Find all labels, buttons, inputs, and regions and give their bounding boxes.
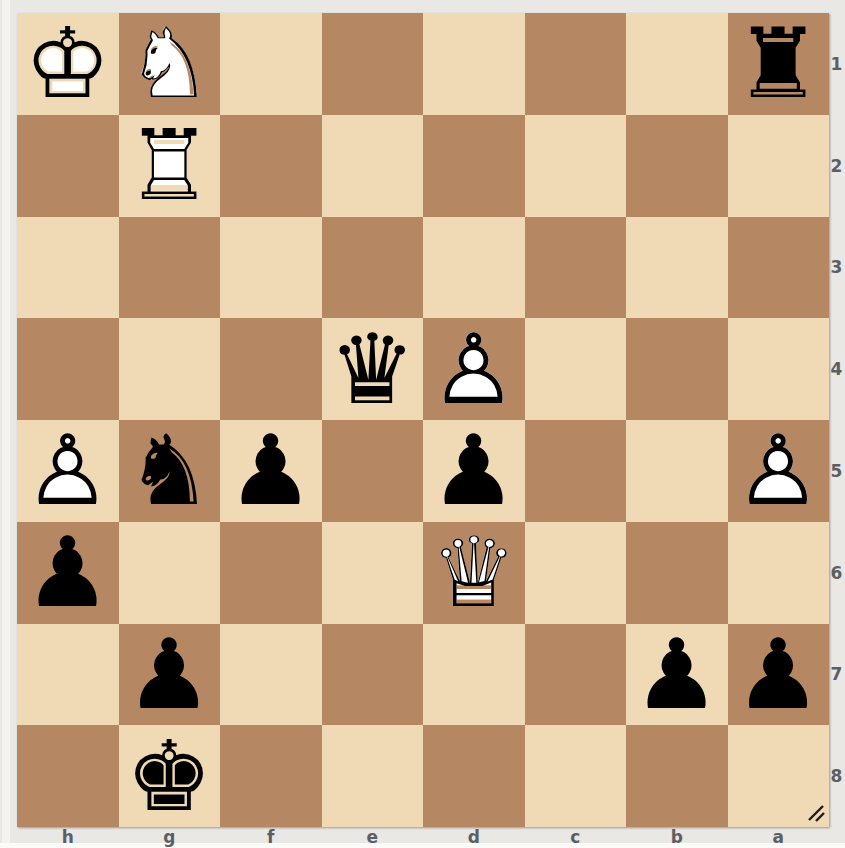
square-a6[interactable] [728, 522, 830, 624]
square-h1[interactable]: ♚♔ [17, 13, 119, 115]
rank-label-3: 3 [828, 217, 845, 319]
square-d6[interactable]: ♛♕ [423, 522, 525, 624]
square-a1[interactable]: ♜ [728, 13, 830, 115]
chess-board: ♚♔♞♘♜♜♖♛♟♙♟♙♞♟♟♟♙♟♛♕♟♟♟♚ [17, 13, 829, 827]
rank-label-7: 7 [828, 624, 845, 726]
square-b8[interactable] [626, 725, 728, 827]
piece-black-rook: ♜ [728, 13, 830, 115]
square-e4[interactable]: ♛ [322, 318, 424, 420]
square-b2[interactable] [626, 115, 728, 217]
square-a7[interactable]: ♟ [728, 624, 830, 726]
square-g7[interactable]: ♟ [119, 624, 221, 726]
square-d4[interactable]: ♟♙ [423, 318, 525, 420]
square-d5[interactable]: ♟ [423, 420, 525, 522]
square-h2[interactable] [17, 115, 119, 217]
piece-glyph-outline: ♙ [17, 420, 119, 522]
square-f2[interactable] [220, 115, 322, 217]
piece-black-pawn: ♟ [220, 420, 322, 522]
piece-black-pawn: ♟ [17, 522, 119, 624]
square-f6[interactable] [220, 522, 322, 624]
square-e1[interactable] [322, 13, 424, 115]
square-g1[interactable]: ♞♘ [119, 13, 221, 115]
square-b5[interactable] [626, 420, 728, 522]
piece-glyph-outline: ♖ [119, 115, 221, 217]
square-b1[interactable] [626, 13, 728, 115]
square-g5[interactable]: ♞ [119, 420, 221, 522]
piece-white-pawn: ♟♙ [728, 420, 830, 522]
square-g2[interactable]: ♜♖ [119, 115, 221, 217]
square-g4[interactable] [119, 318, 221, 420]
square-h6[interactable]: ♟ [17, 522, 119, 624]
piece-black-queen: ♛ [322, 318, 424, 420]
piece-white-pawn: ♟♙ [423, 318, 525, 420]
square-f8[interactable] [220, 725, 322, 827]
square-a5[interactable]: ♟♙ [728, 420, 830, 522]
square-h3[interactable] [17, 217, 119, 319]
square-f3[interactable] [220, 217, 322, 319]
square-g3[interactable] [119, 217, 221, 319]
square-f7[interactable] [220, 624, 322, 726]
square-d1[interactable] [423, 13, 525, 115]
square-h7[interactable] [17, 624, 119, 726]
piece-glyph-outline: ♘ [119, 13, 221, 115]
square-f4[interactable] [220, 318, 322, 420]
rank-label-2: 2 [828, 115, 845, 217]
file-labels: hgfedcba [17, 827, 829, 847]
square-e6[interactable] [322, 522, 424, 624]
file-label-a: a [728, 827, 830, 847]
resize-handle-icon[interactable] [807, 804, 826, 823]
square-c1[interactable] [525, 13, 627, 115]
file-label-f: f [220, 827, 322, 847]
square-c3[interactable] [525, 217, 627, 319]
rank-label-4: 4 [828, 318, 845, 420]
square-f5[interactable]: ♟ [220, 420, 322, 522]
file-label-c: c [525, 827, 627, 847]
file-label-e: e [322, 827, 424, 847]
square-b6[interactable] [626, 522, 728, 624]
piece-white-queen: ♛♕ [423, 522, 525, 624]
piece-glyph-outline: ♙ [423, 318, 525, 420]
rank-label-5: 5 [828, 420, 845, 522]
piece-black-pawn: ♟ [119, 624, 221, 726]
piece-black-pawn: ♟ [626, 624, 728, 726]
square-b4[interactable] [626, 318, 728, 420]
square-e8[interactable] [322, 725, 424, 827]
piece-glyph-outline: ♙ [728, 420, 830, 522]
piece-glyph-outline: ♔ [17, 13, 119, 115]
square-c8[interactable] [525, 725, 627, 827]
piece-white-king: ♚♔ [17, 13, 119, 115]
piece-black-pawn: ♟ [423, 420, 525, 522]
rank-label-8: 8 [828, 725, 845, 827]
rank-label-6: 6 [828, 522, 845, 624]
square-b7[interactable]: ♟ [626, 624, 728, 726]
piece-white-knight: ♞♘ [119, 13, 221, 115]
square-a4[interactable] [728, 318, 830, 420]
file-label-h: h [17, 827, 119, 847]
square-a3[interactable] [728, 217, 830, 319]
square-h4[interactable] [17, 318, 119, 420]
square-f1[interactable] [220, 13, 322, 115]
piece-black-knight: ♞ [119, 420, 221, 522]
square-a2[interactable] [728, 115, 830, 217]
rank-label-1: 1 [828, 13, 845, 115]
square-d8[interactable] [423, 725, 525, 827]
square-c6[interactable] [525, 522, 627, 624]
square-d2[interactable] [423, 115, 525, 217]
piece-white-rook: ♜♖ [119, 115, 221, 217]
square-b3[interactable] [626, 217, 728, 319]
piece-glyph-outline: ♕ [423, 522, 525, 624]
left-gutter-highlight [2, 0, 10, 848]
square-d3[interactable] [423, 217, 525, 319]
piece-black-pawn: ♟ [728, 624, 830, 726]
square-e3[interactable] [322, 217, 424, 319]
square-h5[interactable]: ♟♙ [17, 420, 119, 522]
file-label-d: d [423, 827, 525, 847]
file-label-b: b [626, 827, 728, 847]
square-e7[interactable] [322, 624, 424, 726]
file-label-g: g [119, 827, 221, 847]
square-e2[interactable] [322, 115, 424, 217]
piece-black-king: ♚ [119, 725, 221, 827]
square-c5[interactable] [525, 420, 627, 522]
square-c4[interactable] [525, 318, 627, 420]
square-e5[interactable] [322, 420, 424, 522]
square-d7[interactable] [423, 624, 525, 726]
square-h8[interactable] [17, 725, 119, 827]
square-c7[interactable] [525, 624, 627, 726]
piece-white-pawn: ♟♙ [17, 420, 119, 522]
rank-labels: 12345678 [828, 13, 845, 827]
square-g6[interactable] [119, 522, 221, 624]
square-c2[interactable] [525, 115, 627, 217]
square-g8[interactable]: ♚ [119, 725, 221, 827]
